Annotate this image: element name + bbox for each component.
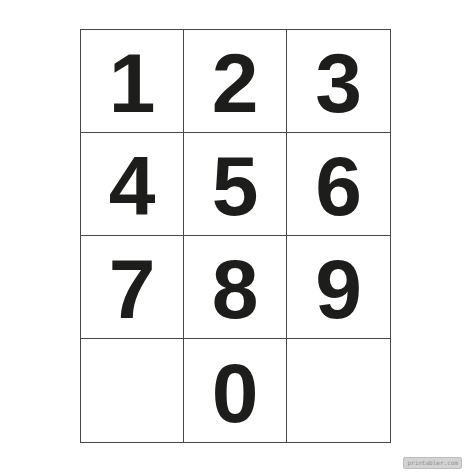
digit-3: 3	[315, 41, 362, 125]
digit-7: 7	[109, 247, 156, 331]
watermark: printabler.com	[403, 457, 462, 469]
digit-4: 4	[109, 144, 156, 228]
card-cell-r2c1: 4	[81, 133, 184, 236]
card-cell-r1c3: 3	[287, 30, 390, 133]
digit-9: 9	[315, 247, 362, 331]
card-cell-r2c3: 6	[287, 133, 390, 236]
digit-1: 1	[109, 41, 156, 125]
digit-2: 2	[212, 41, 259, 125]
number-card-grid: 1 2 3 4 5 6 7 8 9 0	[80, 29, 391, 443]
card-cell-r4c3-empty	[287, 339, 390, 442]
card-cell-r4c1-empty	[81, 339, 184, 442]
digit-6: 6	[315, 144, 362, 228]
card-cell-r3c3: 9	[287, 236, 390, 339]
page: 1 2 3 4 5 6 7 8 9 0	[0, 0, 474, 474]
digit-0: 0	[212, 351, 259, 435]
card-cell-r4c2: 0	[184, 339, 287, 442]
card-cell-r1c2: 2	[184, 30, 287, 133]
card-cell-r3c1: 7	[81, 236, 184, 339]
digit-5: 5	[212, 144, 259, 228]
digit-8: 8	[212, 247, 259, 331]
card-cell-r1c1: 1	[81, 30, 184, 133]
card-cell-r2c2: 5	[184, 133, 287, 236]
card-cell-r3c2: 8	[184, 236, 287, 339]
